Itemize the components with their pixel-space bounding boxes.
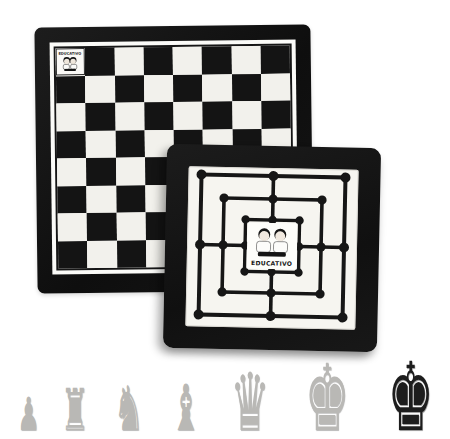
- chess-square: [231, 46, 261, 74]
- chess-square: [86, 130, 116, 158]
- chess-square: [114, 47, 144, 75]
- chess-square: [57, 131, 87, 159]
- chess-square: [144, 75, 174, 103]
- chess-square: [115, 157, 145, 185]
- chess-square: [261, 101, 291, 129]
- corner-logo-text: EDUCATIVO: [59, 52, 82, 56]
- chess-square: [231, 73, 261, 101]
- white-queen-piece: ♛: [230, 363, 269, 439]
- white-king-piece: ♚: [304, 353, 349, 439]
- chess-square: [116, 240, 146, 268]
- chess-square: [260, 46, 290, 74]
- morris-board: EDUCATIVO: [163, 144, 381, 352]
- corner-logo-box: EDUCATIVO: [56, 48, 85, 76]
- chess-square: [57, 158, 87, 186]
- white-bishop-piece: ♝: [170, 376, 202, 439]
- chess-square: [203, 101, 233, 129]
- chess-square: [144, 102, 174, 130]
- morris-grid: EDUCATIVO: [185, 166, 358, 330]
- black-king-piece: ♚: [388, 350, 435, 439]
- chess-square: [86, 103, 116, 131]
- chess-square: [87, 240, 117, 268]
- chess-square: [202, 74, 232, 102]
- chess-square: [115, 102, 145, 130]
- chessboard-corner-logo: EDUCATIVO: [56, 48, 86, 76]
- kids-logo-icon: EDUCATIVO: [57, 49, 84, 75]
- chess-square: [87, 185, 117, 213]
- chess-square: [56, 76, 86, 104]
- chess-square: [173, 47, 203, 75]
- chess-square: [58, 241, 88, 269]
- white-rook-piece: ♜: [61, 381, 90, 439]
- chess-square: [58, 213, 88, 241]
- white-knight-piece: ♞: [114, 378, 145, 439]
- chess-square: [202, 46, 232, 74]
- white-pawn-piece: ♟: [17, 391, 40, 437]
- brand-text: EDUCATIVO: [251, 259, 292, 267]
- chess-square: [232, 101, 262, 129]
- chess-square: [173, 74, 203, 102]
- chess-square: [115, 130, 145, 158]
- chess-square: [114, 75, 144, 103]
- pieces-row: ♟♜♞♝♛♚♚♛♝♞♜♟: [8, 350, 444, 428]
- morris-center-logo: EDUCATIVO: [247, 222, 298, 269]
- chess-square: [173, 102, 203, 130]
- chess-square: [86, 158, 116, 186]
- chess-square: [116, 212, 146, 240]
- chess-square: [261, 73, 291, 101]
- chess-square: [85, 75, 115, 103]
- product-photo: EDUCATIVO: [0, 0, 450, 439]
- chess-square: [56, 103, 86, 131]
- chess-square: [57, 186, 87, 214]
- chess-square: [85, 48, 115, 76]
- morris-surface: EDUCATIVO: [185, 166, 358, 330]
- chess-square: [143, 47, 173, 75]
- chess-square: [87, 213, 117, 241]
- chess-square: [116, 185, 146, 213]
